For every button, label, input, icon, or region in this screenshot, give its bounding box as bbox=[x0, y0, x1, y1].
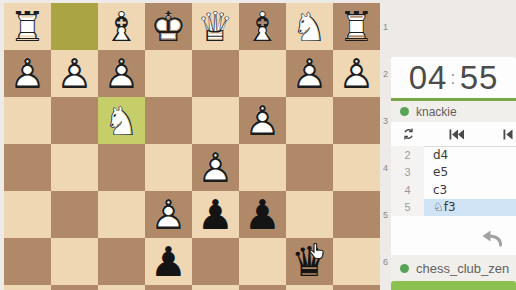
square-a3[interactable] bbox=[333, 97, 380, 144]
online-dot-icon bbox=[400, 107, 409, 116]
square-f5[interactable] bbox=[98, 191, 145, 238]
move-number: 2 bbox=[391, 146, 424, 164]
square-b7[interactable]: ♟ bbox=[286, 285, 333, 290]
rank-label: 7 bbox=[380, 285, 391, 290]
bottom-player-row: chess_club_zen bbox=[391, 255, 516, 281]
square-c4[interactable] bbox=[239, 144, 286, 191]
white-pawn: ♟♙ bbox=[98, 50, 145, 97]
square-b3[interactable] bbox=[286, 97, 333, 144]
square-d6[interactable] bbox=[192, 238, 239, 285]
square-g6[interactable] bbox=[51, 238, 98, 285]
bottom-player-name: chess_club_zen bbox=[416, 261, 509, 276]
white-bishop: ♝♗ bbox=[239, 3, 286, 50]
square-e5[interactable]: ♟♙ bbox=[145, 191, 192, 238]
move-number: 3 bbox=[391, 164, 424, 182]
undo-icon[interactable] bbox=[480, 229, 504, 250]
white-pawn: ♟♙ bbox=[145, 191, 192, 238]
go-to-start-icon[interactable] bbox=[449, 129, 464, 140]
black-pawn: ♟ bbox=[192, 191, 239, 238]
square-d1[interactable]: ♛♕ bbox=[192, 3, 239, 50]
online-dot-icon bbox=[400, 264, 409, 273]
square-h5[interactable] bbox=[4, 191, 51, 238]
rank-label: 2 bbox=[380, 50, 391, 97]
move-san[interactable]: e5 bbox=[424, 164, 516, 182]
rank-label: 5 bbox=[380, 191, 391, 238]
rank-label: 4 bbox=[380, 144, 391, 191]
square-d5[interactable]: ♟ bbox=[192, 191, 239, 238]
bottom-clock-active-bar bbox=[391, 281, 516, 290]
top-player-clock: 04:55 bbox=[391, 57, 516, 98]
top-player-row: knackie bbox=[391, 101, 516, 122]
square-e1[interactable]: ♚♔ bbox=[145, 3, 192, 50]
white-pawn: ♟♙ bbox=[4, 50, 51, 97]
move-san[interactable]: c3 bbox=[424, 181, 516, 199]
move-row: 5♘f3 bbox=[391, 199, 516, 217]
move-list: 2d43e54c35♘f3 bbox=[391, 146, 516, 216]
replay-controls bbox=[391, 122, 516, 146]
square-h2[interactable]: ♟♙ bbox=[4, 50, 51, 97]
square-g7[interactable]: ♟ bbox=[51, 285, 98, 290]
white-knight: ♞♘ bbox=[286, 3, 333, 50]
square-e7[interactable] bbox=[145, 285, 192, 290]
step-back-icon[interactable] bbox=[503, 129, 513, 140]
square-b5[interactable] bbox=[286, 191, 333, 238]
square-e4[interactable] bbox=[145, 144, 192, 191]
white-rook: ♜♖ bbox=[333, 3, 380, 50]
square-c1[interactable]: ♝♗ bbox=[239, 3, 286, 50]
square-c7[interactable] bbox=[239, 285, 286, 290]
square-c5[interactable]: ♟ bbox=[239, 191, 286, 238]
white-pawn: ♟♙ bbox=[286, 50, 333, 97]
black-pawn: ♟ bbox=[286, 285, 333, 290]
black-pawn: ♟ bbox=[4, 285, 51, 290]
rank-label: 3 bbox=[380, 97, 391, 144]
square-h1[interactable]: ♜♖ bbox=[4, 3, 51, 50]
white-pawn: ♟♙ bbox=[239, 97, 286, 144]
square-h3[interactable] bbox=[4, 97, 51, 144]
white-pawn: ♟♙ bbox=[51, 50, 98, 97]
square-f7[interactable]: ♟ bbox=[98, 285, 145, 290]
white-rook: ♜♖ bbox=[4, 3, 51, 50]
square-a4[interactable] bbox=[333, 144, 380, 191]
square-c2[interactable] bbox=[239, 50, 286, 97]
white-pawn: ♟♙ bbox=[192, 144, 239, 191]
square-b1[interactable]: ♞♘ bbox=[286, 3, 333, 50]
black-pawn: ♟ bbox=[98, 285, 145, 290]
white-queen: ♛♕ bbox=[192, 3, 239, 50]
move-san[interactable]: ♘f3 bbox=[424, 199, 516, 217]
hand-cursor-icon bbox=[309, 243, 324, 265]
square-a2[interactable]: ♟♙ bbox=[333, 50, 380, 97]
top-player-name: knackie bbox=[416, 105, 457, 119]
black-pawn: ♟ bbox=[145, 238, 192, 285]
square-e6[interactable]: ♟ bbox=[145, 238, 192, 285]
flip-board-icon[interactable] bbox=[402, 127, 415, 141]
square-g2[interactable]: ♟♙ bbox=[51, 50, 98, 97]
square-a7[interactable]: ♟ bbox=[333, 285, 380, 290]
move-row: 2d4 bbox=[391, 146, 516, 164]
square-h6[interactable] bbox=[4, 238, 51, 285]
square-d7[interactable] bbox=[192, 285, 239, 290]
move-number: 5 bbox=[391, 199, 424, 217]
square-a5[interactable] bbox=[333, 191, 380, 238]
rank-label: 6 bbox=[380, 238, 391, 285]
black-pawn: ♟ bbox=[239, 191, 286, 238]
square-f4[interactable] bbox=[98, 144, 145, 191]
rank-label: 1 bbox=[380, 3, 391, 50]
move-row: 3e5 bbox=[391, 164, 516, 182]
square-f2[interactable]: ♟♙ bbox=[98, 50, 145, 97]
square-b4[interactable] bbox=[286, 144, 333, 191]
side-panel: 04:55 knackie bbox=[391, 0, 516, 290]
square-g3[interactable] bbox=[51, 97, 98, 144]
black-pawn: ♟ bbox=[51, 285, 98, 290]
square-h4[interactable] bbox=[4, 144, 51, 191]
square-f6[interactable] bbox=[98, 238, 145, 285]
square-g1[interactable] bbox=[51, 3, 98, 50]
move-number: 4 bbox=[391, 181, 424, 199]
square-b2[interactable]: ♟♙ bbox=[286, 50, 333, 97]
square-f1[interactable]: ♝♗ bbox=[98, 3, 145, 50]
square-d4[interactable]: ♟♙ bbox=[192, 144, 239, 191]
square-e3[interactable] bbox=[145, 97, 192, 144]
square-d2[interactable] bbox=[192, 50, 239, 97]
rank-coordinates: 12345678 bbox=[380, 3, 391, 290]
move-row: 4c3 bbox=[391, 181, 516, 199]
square-h7[interactable]: ♟ bbox=[4, 285, 51, 290]
white-pawn: ♟♙ bbox=[333, 50, 380, 97]
square-c6[interactable] bbox=[239, 238, 286, 285]
square-g4[interactable] bbox=[51, 144, 98, 191]
square-d3[interactable] bbox=[192, 97, 239, 144]
white-king: ♚♔ bbox=[145, 3, 192, 50]
square-f3[interactable]: ♞♘ bbox=[98, 97, 145, 144]
move-list-card: 2d43e54c35♘f3 bbox=[391, 122, 516, 255]
chess-app: { "game": "chess", "position": "rnb1kbnr… bbox=[0, 0, 516, 290]
move-san[interactable]: d4 bbox=[424, 146, 516, 164]
square-a1[interactable]: ♜♖ bbox=[333, 3, 380, 50]
white-knight: ♞♘ bbox=[98, 97, 145, 144]
square-c3[interactable]: ♟♙ bbox=[239, 97, 286, 144]
square-a6[interactable] bbox=[333, 238, 380, 285]
white-bishop: ♝♗ bbox=[98, 3, 145, 50]
black-pawn: ♟ bbox=[333, 285, 380, 290]
square-g5[interactable] bbox=[51, 191, 98, 238]
square-e2[interactable] bbox=[145, 50, 192, 97]
